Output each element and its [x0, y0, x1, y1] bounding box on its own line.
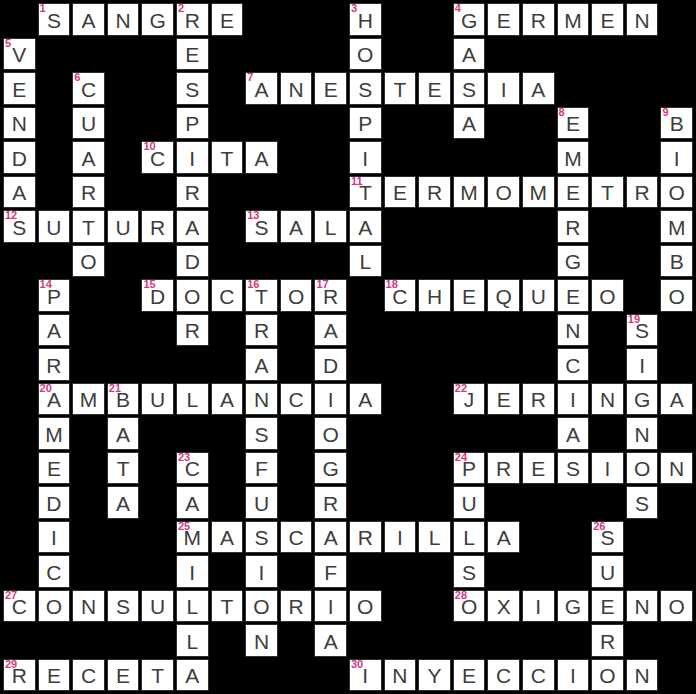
block-r10-c11 [384, 348, 417, 381]
cell-r11-c15[interactable]: R [522, 383, 555, 416]
cell-r13-c13[interactable]: 24P [453, 452, 486, 485]
cell-r0-c14[interactable]: E [487, 3, 520, 36]
cell-r6-c7[interactable]: 13S [245, 210, 278, 243]
cell-r7-c10[interactable]: L [349, 245, 382, 278]
cell-r9-c16[interactable]: N [557, 314, 590, 347]
cell-r12-c9[interactable]: O [314, 417, 347, 450]
block-r10-c8 [280, 348, 313, 381]
block-r4-c13 [453, 141, 486, 174]
cell-letter: N [635, 594, 650, 617]
cell-r9-c1[interactable]: A [38, 314, 71, 347]
cell-r13-c3[interactable]: T [107, 452, 140, 485]
block-r18-c4 [141, 624, 174, 657]
clue-number: 23 [178, 452, 190, 464]
cell-r11-c5[interactable]: L [176, 383, 209, 416]
block-r17-c12 [418, 590, 451, 623]
block-r5-c6 [211, 176, 244, 209]
cell-r0-c3[interactable]: N [107, 3, 140, 36]
cell-r4-c0[interactable]: D [3, 141, 36, 174]
cell-r15-c12[interactable]: L [418, 521, 451, 554]
cell-r19-c11[interactable]: N [384, 659, 417, 692]
cell-r8-c14[interactable]: Q [487, 279, 520, 312]
cell-r16-c17[interactable]: U [591, 555, 624, 588]
cell-r8-c15[interactable]: U [522, 279, 555, 312]
cell-r2-c5[interactable]: S [176, 72, 209, 105]
cell-r8-c6[interactable]: C [211, 279, 244, 312]
cell-letter: C [531, 663, 546, 686]
cell-r6-c9[interactable]: L [314, 210, 347, 243]
cell-r17-c18[interactable]: N [626, 590, 659, 623]
cell-r17-c2[interactable]: N [72, 590, 105, 623]
cell-r13-c15[interactable]: E [522, 452, 555, 485]
cell-r15-c8[interactable]: C [280, 521, 313, 554]
cell-r3-c10[interactable]: P [349, 107, 382, 140]
cell-letter: G [634, 387, 650, 410]
cell-letter: T [601, 180, 614, 203]
cell-r17-c7[interactable]: O [245, 590, 278, 623]
cell-r17-c17[interactable]: E [591, 590, 624, 623]
cell-r3-c16[interactable]: 8E [557, 107, 590, 140]
cell-letter: I [189, 560, 195, 583]
cell-r2-c13[interactable]: S [453, 72, 486, 105]
block-r14-c11 [384, 486, 417, 519]
cell-r2-c12[interactable]: E [418, 72, 451, 105]
block-r0-c19 [660, 3, 693, 36]
cell-r6-c8[interactable]: A [280, 210, 313, 243]
block-r10-c19 [660, 348, 693, 381]
clue-number: 22 [455, 383, 467, 395]
cell-r4-c10[interactable]: I [349, 141, 382, 174]
cell-letter: I [328, 594, 334, 617]
cell-r17-c9[interactable]: I [314, 590, 347, 623]
cell-r4-c19[interactable]: I [660, 141, 693, 174]
block-r16-c6 [211, 555, 244, 588]
cell-letter: E [324, 77, 338, 100]
cell-r11-c9[interactable]: I [314, 383, 347, 416]
cell-letter: R [565, 215, 580, 238]
cell-letter: I [328, 387, 334, 410]
cell-r11-c3[interactable]: 21B [107, 383, 140, 416]
cell-r8-c19[interactable]: O [660, 279, 693, 312]
cell-r0-c5[interactable]: 2R [176, 3, 209, 36]
cell-r13-c9[interactable]: G [314, 452, 347, 485]
cell-r17-c13[interactable]: 28O [453, 590, 486, 623]
cell-r13-c16[interactable]: S [557, 452, 590, 485]
cell-r8-c4[interactable]: 15D [141, 279, 174, 312]
cell-letter: G [565, 249, 581, 272]
block-r12-c8 [280, 417, 313, 450]
cell-letter: P [185, 111, 199, 134]
cell-letter: O [253, 594, 269, 617]
cell-r0-c13[interactable]: 4G [453, 3, 486, 36]
block-r1-c7 [245, 38, 278, 71]
cell-r5-c17[interactable]: T [591, 176, 624, 209]
block-r16-c14 [487, 555, 520, 588]
cell-r17-c0[interactable]: 27C [3, 590, 36, 623]
block-r7-c15 [522, 245, 555, 278]
cell-r11-c8[interactable]: C [280, 383, 313, 416]
cell-letter: U [150, 387, 165, 410]
cell-letter: R [254, 318, 269, 341]
block-r12-c0 [3, 417, 36, 450]
cell-letter: R [531, 387, 546, 410]
cell-r17-c15[interactable]: I [522, 590, 555, 623]
block-r18-c18 [626, 624, 659, 657]
cell-r0-c1[interactable]: 1S [38, 3, 71, 36]
cell-r15-c14[interactable]: A [487, 521, 520, 554]
cell-r10-c18[interactable]: I [626, 348, 659, 381]
cell-r11-c10[interactable]: A [349, 383, 382, 416]
cell-r17-c3[interactable]: S [107, 590, 140, 623]
cell-r19-c3[interactable]: E [107, 659, 140, 692]
cell-r10-c7[interactable]: A [245, 348, 278, 381]
cell-r19-c17[interactable]: O [591, 659, 624, 692]
cell-r11-c14[interactable]: E [487, 383, 520, 416]
cell-r10-c16[interactable]: C [557, 348, 590, 381]
cell-r0-c17[interactable]: E [591, 3, 624, 36]
cell-r17-c1[interactable]: O [38, 590, 71, 623]
cell-r5-c10[interactable]: 11T [349, 176, 382, 209]
cell-r8-c1[interactable]: 14P [38, 279, 71, 312]
cell-r19-c18[interactable]: N [626, 659, 659, 692]
cell-r15-c5[interactable]: 25M [176, 521, 209, 554]
cell-r15-c7[interactable]: S [245, 521, 278, 554]
cell-r17-c5[interactable]: L [176, 590, 209, 623]
cell-r15-c17[interactable]: 26S [591, 521, 624, 554]
cell-letter: Q [496, 284, 512, 307]
block-r13-c12 [418, 452, 451, 485]
block-r4-c18 [626, 141, 659, 174]
cell-r19-c16[interactable]: I [557, 659, 590, 692]
block-r18-c11 [384, 624, 417, 657]
cell-r8-c12[interactable]: H [418, 279, 451, 312]
block-r17-c11 [384, 590, 417, 623]
cell-r5-c12[interactable]: R [418, 176, 451, 209]
cell-r16-c1[interactable]: C [38, 555, 71, 588]
cell-letter: N [289, 77, 304, 100]
block-r18-c14 [487, 624, 520, 657]
cell-r19-c4[interactable]: T [141, 659, 174, 692]
cell-r16-c7[interactable]: I [245, 555, 278, 588]
cell-letter: N [12, 111, 27, 134]
cell-letter: S [462, 560, 476, 583]
block-r10-c13 [453, 348, 486, 381]
cell-r11-c18[interactable]: G [626, 383, 659, 416]
cell-r5-c19[interactable]: O [660, 176, 693, 209]
cell-r5-c16[interactable]: E [557, 176, 590, 209]
cell-r5-c18[interactable]: R [626, 176, 659, 209]
block-r9-c8 [280, 314, 313, 347]
cell-letter: E [185, 42, 199, 65]
block-r18-c15 [522, 624, 555, 657]
cell-r18-c7[interactable]: N [245, 624, 278, 657]
block-r15-c4 [141, 521, 174, 554]
block-r18-c2 [72, 624, 105, 657]
cell-r19-c13[interactable]: E [453, 659, 486, 692]
block-r9-c10 [349, 314, 382, 347]
cell-letter: A [254, 353, 268, 376]
cell-r2-c14[interactable]: I [487, 72, 520, 105]
cell-letter: L [429, 525, 441, 548]
block-r11-c12 [418, 383, 451, 416]
cell-letter: A [220, 525, 234, 548]
cell-letter: G [565, 594, 581, 617]
cell-r9-c7[interactable]: R [245, 314, 278, 347]
cell-r13-c7[interactable]: F [245, 452, 278, 485]
block-r1-c16 [557, 38, 590, 71]
cell-r9-c5[interactable]: R [176, 314, 209, 347]
cell-r14-c3[interactable]: A [107, 486, 140, 519]
cell-r0-c15[interactable]: R [522, 3, 555, 36]
block-r10-c6 [211, 348, 244, 381]
cell-r11-c6[interactable]: A [211, 383, 244, 416]
block-r1-c14 [487, 38, 520, 71]
block-r9-c11 [384, 314, 417, 347]
block-r5-c7 [245, 176, 278, 209]
cell-r6-c4[interactable]: R [141, 210, 174, 243]
cell-r0-c6[interactable]: E [211, 3, 244, 36]
block-r0-c12 [418, 3, 451, 36]
cell-r12-c7[interactable]: S [245, 417, 278, 450]
cell-r3-c0[interactable]: N [3, 107, 36, 140]
cell-r2-c2[interactable]: 6C [72, 72, 105, 105]
cell-r17-c4[interactable]: U [141, 590, 174, 623]
cell-letter: S [47, 8, 61, 31]
cell-r1-c5[interactable]: E [176, 38, 209, 71]
cell-r13-c17[interactable]: I [591, 452, 624, 485]
cell-r12-c1[interactable]: M [38, 417, 71, 450]
cell-r11-c7[interactable]: N [245, 383, 278, 416]
cell-r2-c7[interactable]: 7A [245, 72, 278, 105]
cell-r2-c10[interactable]: S [349, 72, 382, 105]
cell-r0-c16[interactable]: M [557, 3, 590, 36]
cell-r8-c5[interactable]: O [176, 279, 209, 312]
cell-r2-c15[interactable]: A [522, 72, 555, 105]
cell-r18-c5[interactable]: L [176, 624, 209, 657]
cell-r11-c19[interactable]: A [660, 383, 693, 416]
cell-letter: R [46, 353, 61, 376]
cell-r14-c7[interactable]: U [245, 486, 278, 519]
cell-r4-c16[interactable]: M [557, 141, 590, 174]
cell-r0-c10[interactable]: 3H [349, 3, 382, 36]
cell-letter: I [605, 456, 611, 479]
cell-r10-c9[interactable]: D [314, 348, 347, 381]
cell-letter: U [116, 215, 131, 238]
block-r0-c0 [3, 3, 36, 36]
cell-r6-c1[interactable]: U [38, 210, 71, 243]
cell-r19-c2[interactable]: C [72, 659, 105, 692]
cell-letter: M [460, 180, 478, 203]
block-r16-c3 [107, 555, 140, 588]
cell-r3-c13[interactable]: A [453, 107, 486, 140]
cell-r8-c9[interactable]: 17R [314, 279, 347, 312]
cell-r8-c8[interactable]: O [280, 279, 313, 312]
cell-r6-c0[interactable]: 12S [3, 210, 36, 243]
cell-r10-c1[interactable]: R [38, 348, 71, 381]
cell-r2-c0[interactable]: E [3, 72, 36, 105]
cell-r15-c1[interactable]: I [38, 521, 71, 554]
cell-r7-c16[interactable]: G [557, 245, 590, 278]
cell-letter: A [358, 215, 372, 238]
cell-r1-c0[interactable]: 5V [3, 38, 36, 71]
cell-r0-c4[interactable]: G [141, 3, 174, 36]
block-r18-c16 [557, 624, 590, 657]
cell-r1-c13[interactable]: A [453, 38, 486, 71]
cell-r19-c1[interactable]: E [38, 659, 71, 692]
block-r0-c7 [245, 3, 278, 36]
cell-r11-c1[interactable]: 20A [38, 383, 71, 416]
cell-r16-c13[interactable]: S [453, 555, 486, 588]
cell-r19-c12[interactable]: Y [418, 659, 451, 692]
cell-r17-c10[interactable]: O [349, 590, 382, 623]
cell-r8-c11[interactable]: 18C [384, 279, 417, 312]
block-r1-c15 [522, 38, 555, 71]
cell-r15-c11[interactable]: I [384, 521, 417, 554]
cell-r9-c9[interactable]: A [314, 314, 347, 347]
cell-letter: G [323, 456, 339, 479]
cell-r13-c5[interactable]: 23C [176, 452, 209, 485]
block-r9-c3 [107, 314, 140, 347]
cell-r3-c19[interactable]: 9B [660, 107, 693, 140]
block-r12-c11 [384, 417, 417, 450]
cell-r4-c6[interactable]: T [211, 141, 244, 174]
cell-r14-c9[interactable]: R [314, 486, 347, 519]
cell-r11-c16[interactable]: I [557, 383, 590, 416]
block-r16-c2 [72, 555, 105, 588]
block-r1-c9 [314, 38, 347, 71]
block-r7-c0 [3, 245, 36, 278]
cell-letter: E [531, 456, 545, 479]
clue-number: 7 [247, 72, 253, 84]
cell-r17-c19[interactable]: O [660, 590, 693, 623]
cell-r4-c5[interactable]: I [176, 141, 209, 174]
cell-r5-c13[interactable]: M [453, 176, 486, 209]
cell-letter: T [393, 77, 406, 100]
block-r15-c15 [522, 521, 555, 554]
cell-r9-c18[interactable]: 19S [626, 314, 659, 347]
cell-r7-c5[interactable]: D [176, 245, 209, 278]
block-r7-c13 [453, 245, 486, 278]
cell-r19-c10[interactable]: 30I [349, 659, 382, 692]
cell-r6-c2[interactable]: T [72, 210, 105, 243]
cell-r17-c14[interactable]: X [487, 590, 520, 623]
cell-letter: O [357, 42, 373, 65]
cell-r11-c4[interactable]: U [141, 383, 174, 416]
cell-letter: I [397, 525, 403, 548]
block-r1-c18 [626, 38, 659, 71]
block-r13-c10 [349, 452, 382, 485]
cell-r13-c19[interactable]: N [660, 452, 693, 485]
cell-r7-c19[interactable]: B [660, 245, 693, 278]
block-r9-c12 [418, 314, 451, 347]
cell-letter: A [116, 422, 130, 445]
cell-r8-c13[interactable]: E [453, 279, 486, 312]
cell-r18-c9[interactable]: A [314, 624, 347, 657]
cell-r5-c0[interactable]: A [3, 176, 36, 209]
cell-r14-c18[interactable]: S [626, 486, 659, 519]
cell-r7-c2[interactable]: O [72, 245, 105, 278]
cell-r5-c15[interactable]: M [522, 176, 555, 209]
cell-r5-c2[interactable]: R [72, 176, 105, 209]
cell-r13-c14[interactable]: R [487, 452, 520, 485]
cell-r4-c2[interactable]: A [72, 141, 105, 174]
cell-r8-c16[interactable]: E [557, 279, 590, 312]
block-r3-c3 [107, 107, 140, 140]
cell-r19-c15[interactable]: C [522, 659, 555, 692]
cell-r6-c16[interactable]: R [557, 210, 590, 243]
cell-r14-c1[interactable]: D [38, 486, 71, 519]
cell-r17-c6[interactable]: T [211, 590, 244, 623]
cell-r5-c5[interactable]: R [176, 176, 209, 209]
cell-r15-c13[interactable]: L [453, 521, 486, 554]
cell-r16-c9[interactable]: F [314, 555, 347, 588]
cell-r4-c4[interactable]: 10C [141, 141, 174, 174]
cell-r15-c6[interactable]: A [211, 521, 244, 554]
cell-r11-c13[interactable]: 22J [453, 383, 486, 416]
cell-r6-c10[interactable]: A [349, 210, 382, 243]
cell-r17-c16[interactable]: G [557, 590, 590, 623]
block-r5-c4 [141, 176, 174, 209]
cell-r8-c17[interactable]: O [591, 279, 624, 312]
block-r3-c17 [591, 107, 624, 140]
block-r9-c13 [453, 314, 486, 347]
cell-r5-c14[interactable]: O [487, 176, 520, 209]
cell-r6-c3[interactable]: U [107, 210, 140, 243]
block-r11-c0 [3, 383, 36, 416]
cell-r19-c0[interactable]: 29R [3, 659, 36, 692]
cell-r4-c7[interactable]: A [245, 141, 278, 174]
cell-r12-c16[interactable]: A [557, 417, 590, 450]
cell-r2-c9[interactable]: E [314, 72, 347, 105]
block-r9-c19 [660, 314, 693, 347]
cell-r14-c13[interactable]: U [453, 486, 486, 519]
cell-r19-c14[interactable]: C [487, 659, 520, 692]
cell-letter: O [80, 249, 96, 272]
cell-r15-c10[interactable]: R [349, 521, 382, 554]
cell-r12-c18[interactable]: N [626, 417, 659, 450]
cell-r16-c5[interactable]: I [176, 555, 209, 588]
cell-r13-c1[interactable]: E [38, 452, 71, 485]
cell-r0-c18[interactable]: N [626, 3, 659, 36]
cell-r5-c11[interactable]: E [384, 176, 417, 209]
cell-r15-c9[interactable]: A [314, 521, 347, 554]
cell-letter: I [535, 594, 541, 617]
cell-r14-c5[interactable]: A [176, 486, 209, 519]
block-r15-c0 [3, 521, 36, 554]
block-r19-c7 [245, 659, 278, 692]
cell-r3-c5[interactable]: P [176, 107, 209, 140]
cell-r1-c10[interactable]: O [349, 38, 382, 71]
cell-r0-c2[interactable]: A [72, 3, 105, 36]
cell-r3-c2[interactable]: U [72, 107, 105, 140]
cell-r17-c8[interactable]: R [280, 590, 313, 623]
cell-r12-c3[interactable]: A [107, 417, 140, 450]
cell-r18-c17[interactable]: R [591, 624, 624, 657]
cell-r13-c18[interactable]: O [626, 452, 659, 485]
cell-r2-c8[interactable]: N [280, 72, 313, 105]
cell-letter: C [219, 284, 234, 307]
block-r16-c10 [349, 555, 382, 588]
cell-r11-c17[interactable]: N [591, 383, 624, 416]
cell-r11-c2[interactable]: M [72, 383, 105, 416]
cell-r6-c19[interactable]: M [660, 210, 693, 243]
cell-letter: O [634, 456, 650, 479]
block-r10-c3 [107, 348, 140, 381]
cell-r2-c11[interactable]: T [384, 72, 417, 105]
cell-r6-c5[interactable]: A [176, 210, 209, 243]
cell-r19-c5[interactable]: A [176, 659, 209, 692]
cell-r8-c7[interactable]: 16T [245, 279, 278, 312]
